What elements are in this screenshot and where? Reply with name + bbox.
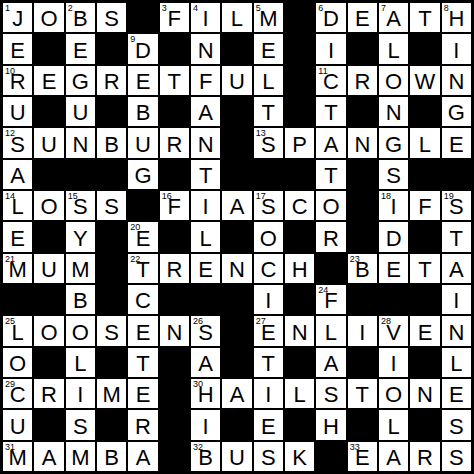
cell-r14c2[interactable]: M [65,441,96,472]
clue-number: 11 [318,66,327,77]
block-cell-r5c5 [159,159,190,190]
block-cell-r5c11 [347,159,378,190]
clue-number: 22 [130,254,140,265]
cell-letter: N [292,322,308,346]
cell-r2c11[interactable]: R [347,65,378,96]
cell-letter: U [10,416,26,440]
cell-r1c10[interactable]: I [315,33,346,64]
cell-r9c4[interactable]: C [127,284,158,315]
clue-number: 16 [162,191,172,202]
cell-r4c6[interactable]: N [190,127,221,158]
block-cell-r0c4 [127,2,158,33]
cell-r0c3[interactable]: S [96,2,127,33]
cell-r4c9[interactable]: P [284,127,315,158]
block-cell-r11c5 [159,347,190,378]
cell-r13c4[interactable]: R [127,409,158,440]
cell-r1c12[interactable]: L [378,33,409,64]
cell-r14c0[interactable]: 31M [2,441,33,472]
block-cell-r7c3 [96,221,127,252]
block-cell-r5c14 [441,159,472,190]
block-cell-r5c7 [221,159,252,190]
cell-r13c12[interactable]: L [378,409,409,440]
cell-r6c3[interactable]: S [96,190,127,221]
cell-r9c8[interactable]: I [253,284,284,315]
block-cell-r1c3 [96,33,127,64]
clue-number: 28 [381,316,391,327]
cell-r10c11[interactable]: I [347,315,378,346]
cell-r10c1[interactable]: O [33,315,64,346]
clue-number: 15 [68,191,78,202]
block-cell-r11c9 [284,347,315,378]
cell-letter: J [12,8,23,32]
cell-r12c6[interactable]: 30H [190,378,221,409]
cell-letter: G [134,165,151,189]
cell-letter: M [71,447,89,471]
cell-r2c14[interactable]: N [441,65,472,96]
cell-letter: O [385,71,402,95]
cell-r4c0[interactable]: 12S [2,127,33,158]
cell-r8c13[interactable]: T [409,253,440,284]
cell-r7c10[interactable]: R [315,221,346,252]
block-cell-r9c5 [159,284,190,315]
block-cell-r11c7 [221,347,252,378]
cell-r10c0[interactable]: 25L [2,315,33,346]
cell-letter: T [199,165,212,189]
cell-letter: A [386,447,401,471]
cell-r3c0[interactable]: U [2,96,33,127]
cell-r0c0[interactable]: 1J [2,2,33,33]
cell-letter: A [230,384,245,408]
cell-letter: C [292,196,308,220]
cell-letter: H [448,8,464,32]
cell-letter: L [388,416,400,440]
cell-r8c0[interactable]: 21M [2,253,33,284]
cell-letter: I [391,196,397,220]
cell-r1c14[interactable]: I [441,33,472,64]
clue-number: 7 [381,3,386,14]
cell-letter: Y [73,228,88,252]
cell-letter: N [229,259,245,283]
cell-letter: C [260,259,276,283]
cell-r4c12[interactable]: G [378,127,409,158]
cell-r10c2[interactable]: O [65,315,96,346]
cell-r9c14[interactable]: I [441,284,472,315]
cell-letter: A [42,447,57,471]
cell-r8c12[interactable]: E [378,253,409,284]
cell-letter: O [260,228,277,252]
cell-r2c1[interactable]: E [33,65,64,96]
cell-r10c12[interactable]: 28V [378,315,409,346]
block-cell-r7c11 [347,221,378,252]
cell-r2c3[interactable]: R [96,65,127,96]
cell-r11c2[interactable]: L [65,347,96,378]
cell-r1c8[interactable]: E [253,33,284,64]
cell-r4c3[interactable]: B [96,127,127,158]
cell-r10c3[interactable]: S [96,315,127,346]
cell-letter: L [74,353,86,377]
cell-letter: I [77,384,83,408]
cell-letter: R [323,228,339,252]
cell-letter: R [166,134,182,158]
cell-r8c9[interactable]: H [284,253,315,284]
cell-r10c9[interactable]: N [284,315,315,346]
cell-r8c2[interactable]: M [65,253,96,284]
cell-r4c1[interactable]: U [33,127,64,158]
block-cell-r7c1 [33,221,64,252]
cell-r6c5[interactable]: 16F [159,190,190,221]
block-cell-r1c1 [33,33,64,64]
cell-r5c4[interactable]: G [127,159,158,190]
cell-r2c0[interactable]: 10R [2,65,33,96]
cell-letter: A [449,259,464,283]
cell-r0c1[interactable]: O [33,2,64,33]
cell-r2c2[interactable]: G [65,65,96,96]
block-cell-r3c11 [347,96,378,127]
clue-number: 24 [318,285,328,296]
cell-r8c6[interactable]: E [190,253,221,284]
cell-letter: E [10,40,25,64]
cell-r7c8[interactable]: O [253,221,284,252]
cell-r13c0[interactable]: U [2,409,33,440]
cell-r5c10[interactable]: T [315,159,346,190]
cell-r9c2[interactable]: B [65,284,96,315]
cell-letter: B [136,102,151,126]
cell-r7c12[interactable]: D [378,221,409,252]
cell-letter: U [229,71,245,95]
cell-letter: F [418,196,431,220]
cell-r6c7[interactable]: A [221,190,252,221]
cell-letter: S [104,8,119,32]
cell-letter: E [73,40,88,64]
cell-r10c5[interactable]: N [159,315,190,346]
cell-r0c6[interactable]: 4I [190,2,221,33]
block-cell-r3c7 [221,96,252,127]
cell-r8c8[interactable]: C [253,253,284,284]
cell-r7c0[interactable]: E [2,221,33,252]
cell-r3c2[interactable]: U [65,96,96,127]
block-cell-r7c5 [159,221,190,252]
block-cell-r5c9 [284,159,315,190]
cell-letter: A [10,165,25,189]
cell-r4c14[interactable]: E [441,127,472,158]
cell-r2c12[interactable]: O [378,65,409,96]
cell-r6c2[interactable]: 15S [65,190,96,221]
cell-r12c14[interactable]: E [441,378,472,409]
cell-r3c12[interactable]: N [378,96,409,127]
cell-r8c1[interactable]: U [33,253,64,284]
cell-r14c12[interactable]: A [378,441,409,472]
cell-letter: E [136,384,151,408]
cell-r7c14[interactable]: T [441,221,472,252]
cell-r10c6[interactable]: 26S [190,315,221,346]
cell-letter: E [136,71,151,95]
cell-letter: B [73,8,88,32]
clue-number: 27 [256,316,266,327]
cell-r2c13[interactable]: W [409,65,440,96]
cell-r3c10[interactable]: T [315,96,346,127]
cell-r13c8[interactable]: E [253,409,284,440]
cell-letter: S [324,384,339,408]
cell-letter: T [418,259,431,283]
cell-letter: E [10,228,25,252]
cell-letter: N [198,40,214,64]
clue-number: 6 [318,3,323,14]
clue-number: 12 [5,128,15,139]
cell-r1c2[interactable]: E [65,33,96,64]
cell-r11c0[interactable]: O [2,347,33,378]
cell-r6c13[interactable]: F [409,190,440,221]
block-cell-r3c5 [159,96,190,127]
cell-r12c3[interactable]: M [96,378,127,409]
cell-letter: G [72,71,89,95]
cell-letter: A [198,102,213,126]
cell-letter: O [322,196,339,220]
cell-r11c12[interactable]: I [378,347,409,378]
cell-r1c0[interactable]: E [2,33,33,64]
cell-r14c4[interactable]: A [127,441,158,472]
cell-r1c4[interactable]: 9D [127,33,158,64]
cell-r13c10[interactable]: H [315,409,346,440]
crossword-board: 1JO2BS3F4IL5M6DE7AT8HEE9DNEILI10REGRETFU… [0,0,474,474]
clue-number: 3 [162,3,167,14]
cell-r11c4[interactable]: T [127,347,158,378]
block-cell-r1c11 [347,33,378,64]
cell-letter: G [448,102,465,126]
cell-letter: W [415,71,436,95]
cell-r11c10[interactable]: A [315,347,346,378]
cell-r12c8[interactable]: I [253,378,284,409]
cell-r4c5[interactable]: R [159,127,190,158]
cell-letter: U [41,259,57,283]
block-cell-r9c0 [2,284,33,315]
cell-r13c2[interactable]: S [65,409,96,440]
cell-r0c2[interactable]: 2B [65,2,96,33]
block-cell-r9c3 [96,284,127,315]
cell-letter: E [386,259,401,283]
cell-letter: E [449,134,464,158]
cell-r0c13[interactable]: T [409,2,440,33]
cell-letter: O [40,322,57,346]
cell-r11c8[interactable]: T [253,347,284,378]
block-cell-r9c1 [33,284,64,315]
cell-r6c8[interactable]: 17S [253,190,284,221]
cell-r2c8[interactable]: L [253,65,284,96]
cell-r12c4[interactable]: E [127,378,158,409]
cell-r10c8[interactable]: 27E [253,315,284,346]
cell-r10c4[interactable]: E [127,315,158,346]
cell-letter: R [417,447,433,471]
block-cell-r6c4 [127,190,158,221]
cell-r10c13[interactable]: E [409,315,440,346]
block-cell-r3c1 [33,96,64,127]
cell-r14c11[interactable]: 33E [347,441,378,472]
block-cell-r13c13 [409,409,440,440]
clue-number: 30 [193,379,203,390]
cell-letter: H [292,259,308,283]
cell-letter: T [324,102,337,126]
cell-r5c6[interactable]: T [190,159,221,190]
cell-letter: T [136,353,149,377]
cell-r2c5[interactable]: T [159,65,190,96]
cell-r6c6[interactable]: I [190,190,221,221]
cell-letter: L [450,353,462,377]
cell-r14c13[interactable]: R [409,441,440,472]
cell-r8c14[interactable]: A [441,253,472,284]
cell-r2c7[interactable]: U [221,65,252,96]
cell-r11c6[interactable]: A [190,347,221,378]
cell-letter: L [262,71,274,95]
cell-letter: N [386,102,402,126]
cell-r12c12[interactable]: O [378,378,409,409]
cell-r12c0[interactable]: 29C [2,378,33,409]
cell-r3c4[interactable]: B [127,96,158,127]
block-cell-r11c13 [409,347,440,378]
cell-r13c14[interactable]: S [441,409,472,440]
block-cell-r8c10 [315,253,346,284]
cell-r7c6[interactable]: L [190,221,221,252]
cell-r3c14[interactable]: G [441,96,472,127]
clue-number: 21 [5,254,15,265]
cell-r10c14[interactable]: N [441,315,472,346]
clue-number: 5 [256,3,261,14]
block-cell-r1c5 [159,33,190,64]
cell-r14c14[interactable]: S [441,441,472,472]
cell-r14c6[interactable]: 32B [190,441,221,472]
cell-letter: T [418,8,431,32]
cell-r1c6[interactable]: N [190,33,221,64]
clue-number: 32 [193,442,203,453]
cell-r12c11[interactable]: T [347,378,378,409]
block-cell-r9c9 [284,284,315,315]
cell-r9c10[interactable]: 24F [315,284,346,315]
cell-r14c9[interactable]: K [284,441,315,472]
clue-number: 31 [5,442,15,453]
cell-letter: S [449,447,464,471]
cell-r12c1[interactable]: R [33,378,64,409]
cell-r2c10[interactable]: 11C [315,65,346,96]
cell-letter: F [199,71,212,95]
cell-r10c10[interactable]: L [315,315,346,346]
block-cell-r13c9 [284,409,315,440]
cell-r14c8[interactable]: S [253,441,284,472]
cell-r11c14[interactable]: L [441,347,472,378]
cell-letter: A [324,353,339,377]
cell-letter: R [354,71,370,95]
cell-r3c6[interactable]: A [190,96,221,127]
block-cell-r13c3 [96,409,127,440]
block-cell-r8c3 [96,253,127,284]
cell-r0c7[interactable]: L [221,2,252,33]
cell-r4c11[interactable]: N [347,127,378,158]
cell-r4c13[interactable]: L [409,127,440,158]
cell-r6c12[interactable]: 18I [378,190,409,221]
clue-number: 2 [68,3,73,14]
cell-r6c14[interactable]: 19S [441,190,472,221]
cell-r0c10[interactable]: 6D [315,2,346,33]
cell-r8c11[interactable]: 23B [347,253,378,284]
cell-r0c11[interactable]: E [347,2,378,33]
block-cell-r5c8 [253,159,284,190]
cell-letter: F [168,8,181,32]
cell-r8c5[interactable]: R [159,253,190,284]
cell-r4c10[interactable]: A [315,127,346,158]
block-cell-r6c11 [347,190,378,221]
cell-r6c1[interactable]: O [33,190,64,221]
cell-r4c8[interactable]: 13S [253,127,284,158]
cell-r3c8[interactable]: T [253,96,284,127]
cell-r12c2[interactable]: I [65,378,96,409]
block-cell-r2c9 [284,65,315,96]
cell-r14c1[interactable]: A [33,441,64,472]
cell-letter: I [265,290,271,314]
block-cell-r11c1 [33,347,64,378]
cell-r0c5[interactable]: 3F [159,2,190,33]
block-cell-r13c1 [33,409,64,440]
cell-r0c8[interactable]: 5M [253,2,284,33]
block-cell-r9c6 [190,284,221,315]
block-cell-r11c11 [347,347,378,378]
cell-r14c3[interactable]: B [96,441,127,472]
cell-r4c2[interactable]: N [65,127,96,158]
cell-r12c7[interactable]: A [221,378,252,409]
cell-r6c9[interactable]: C [284,190,315,221]
cell-r13c6[interactable]: I [190,409,221,440]
cell-r6c10[interactable]: O [315,190,346,221]
clue-number: 9 [130,34,135,45]
clue-number: 20 [130,222,140,233]
cell-r4c4[interactable]: U [127,127,158,158]
cell-r14c7[interactable]: U [221,441,252,472]
block-cell-r13c5 [159,409,190,440]
cell-letter: S [104,322,119,346]
cell-letter: B [104,134,119,158]
cell-letter: A [198,353,213,377]
cell-r2c4[interactable]: E [127,65,158,96]
cell-letter: D [135,40,151,64]
cell-r0c14[interactable]: 8H [441,2,472,33]
cell-r12c13[interactable]: N [409,378,440,409]
cell-r0c12[interactable]: 7A [378,2,409,33]
block-cell-r5c1 [33,159,64,190]
clue-number: 19 [444,191,454,202]
cell-letter: S [386,165,401,189]
clue-number: 23 [350,254,360,265]
cell-r6c0[interactable]: 14L [2,190,33,221]
cell-letter: T [356,384,369,408]
cell-r12c10[interactable]: S [315,378,346,409]
block-cell-r0c9 [284,2,315,33]
cell-r8c7[interactable]: N [221,253,252,284]
clue-number: 26 [193,316,203,327]
cell-letter: T [262,102,275,126]
block-cell-r14c10 [315,441,346,472]
cell-letter: I [203,8,209,32]
cell-letter: G [385,134,402,158]
cell-letter: L [200,228,212,252]
cell-r5c0[interactable]: A [2,159,33,190]
block-cell-r9c12 [378,284,409,315]
cell-r5c12[interactable]: S [378,159,409,190]
cell-letter: I [453,40,459,64]
block-cell-r14c5 [159,441,190,472]
cell-r8c4[interactable]: 22T [127,253,158,284]
cell-r7c4[interactable]: 20E [127,221,158,252]
cell-r12c9[interactable]: L [284,378,315,409]
cell-r7c2[interactable]: Y [65,221,96,252]
cell-letter: A [230,196,245,220]
cell-letter: U [229,447,245,471]
cell-r2c6[interactable]: F [190,65,221,96]
